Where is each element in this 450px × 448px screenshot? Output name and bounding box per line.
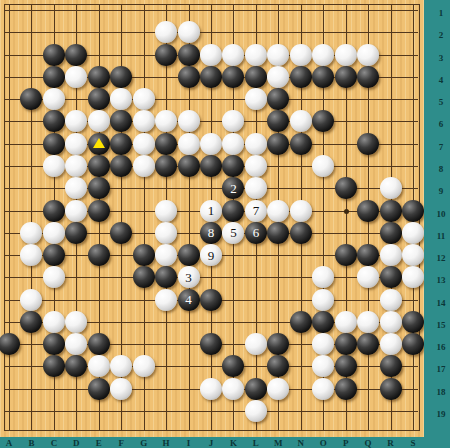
column-coordinates-strip: ABCDEFGHIJKLMNOPQRS bbox=[0, 437, 450, 448]
stone-black bbox=[110, 222, 132, 244]
row-label: 9 bbox=[439, 187, 444, 196]
stone-white bbox=[110, 355, 132, 377]
stone-white bbox=[155, 244, 177, 266]
grid-hline bbox=[5, 32, 418, 33]
col-label: Q bbox=[365, 439, 372, 448]
stone-white: 1 bbox=[200, 200, 222, 222]
stone-white bbox=[110, 88, 132, 110]
stone-white bbox=[133, 155, 155, 177]
move-number-label: 7 bbox=[253, 204, 260, 217]
stone-black bbox=[222, 155, 244, 177]
stone-black bbox=[312, 311, 334, 333]
stone-black bbox=[200, 289, 222, 311]
move-number-label: 2 bbox=[230, 182, 237, 195]
stone-white bbox=[200, 378, 222, 400]
stone-black bbox=[245, 378, 267, 400]
col-label: B bbox=[28, 439, 34, 448]
row-label: 17 bbox=[437, 365, 446, 374]
move-number-label: 8 bbox=[208, 226, 215, 239]
stone-white bbox=[312, 155, 334, 177]
stone-white: 9 bbox=[200, 244, 222, 266]
stone-black bbox=[335, 333, 357, 355]
row-label: 7 bbox=[439, 142, 444, 151]
stone-white bbox=[380, 333, 402, 355]
stone-black bbox=[380, 378, 402, 400]
stone-black bbox=[43, 44, 65, 66]
stone-black bbox=[65, 355, 87, 377]
stone-white bbox=[312, 333, 334, 355]
col-label: I bbox=[187, 439, 191, 448]
stone-white bbox=[20, 222, 42, 244]
stone-black bbox=[65, 44, 87, 66]
stone-white bbox=[335, 311, 357, 333]
stone-black bbox=[357, 66, 379, 88]
stone-white bbox=[20, 244, 42, 266]
stone-white bbox=[312, 289, 334, 311]
row-label: 12 bbox=[437, 254, 446, 263]
stone-black bbox=[222, 66, 244, 88]
stone-black bbox=[380, 222, 402, 244]
stone-black bbox=[267, 333, 289, 355]
stone-white bbox=[43, 311, 65, 333]
stone-white bbox=[43, 222, 65, 244]
stone-white bbox=[200, 44, 222, 66]
stone-black bbox=[88, 333, 110, 355]
stone-black bbox=[155, 44, 177, 66]
stone-black bbox=[380, 355, 402, 377]
row-label: 2 bbox=[439, 31, 444, 40]
triangle-marker-icon bbox=[93, 138, 105, 148]
stone-white bbox=[380, 244, 402, 266]
stone-black bbox=[335, 378, 357, 400]
stone-black bbox=[43, 133, 65, 155]
go-board[interactable]: 217856934 bbox=[0, 0, 424, 437]
stone-black bbox=[133, 266, 155, 288]
stone-white bbox=[43, 266, 65, 288]
move-number-label: 5 bbox=[230, 226, 237, 239]
row-label: 4 bbox=[439, 75, 444, 84]
stone-black bbox=[335, 177, 357, 199]
stone-black bbox=[335, 244, 357, 266]
row-label: 19 bbox=[437, 410, 446, 419]
stone-white bbox=[178, 133, 200, 155]
stone-white bbox=[178, 21, 200, 43]
stone-white bbox=[312, 355, 334, 377]
stone-white bbox=[65, 333, 87, 355]
row-coordinates-strip: 12345678910111213141516171819 bbox=[424, 0, 450, 448]
col-label: R bbox=[387, 439, 394, 448]
stone-white: 7 bbox=[245, 200, 267, 222]
stone-black bbox=[178, 244, 200, 266]
stone-black bbox=[290, 222, 312, 244]
stone-black bbox=[402, 333, 424, 355]
grid-hline bbox=[5, 277, 418, 278]
stone-white bbox=[402, 266, 424, 288]
stone-white bbox=[65, 311, 87, 333]
stone-black bbox=[110, 133, 132, 155]
stone-white bbox=[222, 133, 244, 155]
stone-white: 5 bbox=[222, 222, 244, 244]
stone-white bbox=[380, 289, 402, 311]
stone-black: 8 bbox=[200, 222, 222, 244]
move-number-label: 9 bbox=[208, 249, 215, 262]
stone-black bbox=[290, 133, 312, 155]
row-label: 6 bbox=[439, 120, 444, 129]
stone-black bbox=[110, 110, 132, 132]
grid-hline bbox=[5, 99, 418, 100]
stone-white bbox=[222, 378, 244, 400]
row-label: 14 bbox=[437, 298, 446, 307]
stone-white bbox=[133, 355, 155, 377]
stone-black bbox=[402, 200, 424, 222]
stone-white bbox=[245, 88, 267, 110]
stone-white bbox=[245, 333, 267, 355]
stone-black bbox=[155, 155, 177, 177]
stone-white bbox=[133, 88, 155, 110]
stone-black bbox=[178, 44, 200, 66]
stone-black bbox=[88, 200, 110, 222]
stone-black bbox=[267, 88, 289, 110]
stone-white bbox=[380, 311, 402, 333]
stone-white bbox=[402, 244, 424, 266]
stone-white bbox=[267, 200, 289, 222]
grid-hline bbox=[5, 10, 418, 11]
stone-white bbox=[43, 155, 65, 177]
move-number-label: 6 bbox=[253, 226, 260, 239]
stone-black bbox=[88, 155, 110, 177]
stone-black bbox=[357, 200, 379, 222]
stone-white bbox=[155, 110, 177, 132]
stone-black bbox=[312, 110, 334, 132]
stone-black bbox=[200, 155, 222, 177]
stone-black bbox=[357, 333, 379, 355]
star-point bbox=[344, 209, 349, 214]
stone-black bbox=[335, 66, 357, 88]
stone-white bbox=[245, 177, 267, 199]
col-label: S bbox=[410, 439, 415, 448]
row-label: 1 bbox=[439, 9, 444, 18]
stone-white bbox=[267, 378, 289, 400]
stone-black bbox=[43, 355, 65, 377]
stone-white bbox=[133, 133, 155, 155]
stone-white bbox=[357, 266, 379, 288]
stone-white bbox=[222, 110, 244, 132]
stone-black: 4 bbox=[178, 289, 200, 311]
stone-white bbox=[312, 378, 334, 400]
stone-black bbox=[357, 244, 379, 266]
row-label: 10 bbox=[437, 209, 446, 218]
row-label: 13 bbox=[437, 276, 446, 285]
stone-white bbox=[402, 222, 424, 244]
stone-white bbox=[65, 200, 87, 222]
stone-black bbox=[20, 88, 42, 110]
col-label: D bbox=[73, 439, 80, 448]
stone-white bbox=[155, 200, 177, 222]
stone-white bbox=[110, 378, 132, 400]
move-number-label: 4 bbox=[185, 293, 192, 306]
stone-white bbox=[65, 66, 87, 88]
row-label: 8 bbox=[439, 164, 444, 173]
col-label: C bbox=[51, 439, 58, 448]
stone-white bbox=[290, 110, 312, 132]
row-label: 11 bbox=[437, 231, 446, 240]
stone-black bbox=[88, 378, 110, 400]
col-label: L bbox=[253, 439, 259, 448]
stone-black: 6 bbox=[245, 222, 267, 244]
col-label: P bbox=[343, 439, 349, 448]
stone-black bbox=[290, 311, 312, 333]
stone-white bbox=[178, 110, 200, 132]
col-label: E bbox=[96, 439, 102, 448]
col-label: K bbox=[230, 439, 237, 448]
stone-black bbox=[402, 311, 424, 333]
stone-white bbox=[290, 44, 312, 66]
stone-white bbox=[357, 311, 379, 333]
stone-black bbox=[43, 66, 65, 88]
stone-black bbox=[200, 333, 222, 355]
stone-white bbox=[267, 44, 289, 66]
row-label: 15 bbox=[437, 320, 446, 329]
stone-white bbox=[222, 44, 244, 66]
stone-black bbox=[110, 155, 132, 177]
stone-white bbox=[155, 289, 177, 311]
stone-black bbox=[110, 66, 132, 88]
stone-white bbox=[312, 266, 334, 288]
stone-black bbox=[335, 355, 357, 377]
stone-black bbox=[245, 66, 267, 88]
stone-black bbox=[178, 66, 200, 88]
stone-black bbox=[20, 311, 42, 333]
col-label: H bbox=[163, 439, 170, 448]
go-app-screen: 217856934 12345678910111213141516171819 … bbox=[0, 0, 450, 448]
col-label: F bbox=[118, 439, 124, 448]
col-label: M bbox=[274, 439, 283, 448]
stone-black bbox=[178, 155, 200, 177]
stone-white bbox=[380, 177, 402, 199]
stone-black bbox=[43, 110, 65, 132]
stone-white bbox=[20, 289, 42, 311]
stone-white bbox=[245, 155, 267, 177]
stone-white bbox=[133, 110, 155, 132]
stone-black bbox=[267, 355, 289, 377]
stone-black bbox=[200, 66, 222, 88]
stone-black bbox=[267, 133, 289, 155]
col-label: A bbox=[6, 439, 13, 448]
stone-black bbox=[88, 133, 110, 155]
row-label: 5 bbox=[439, 98, 444, 107]
stone-black bbox=[267, 110, 289, 132]
stone-white bbox=[335, 44, 357, 66]
stone-white bbox=[65, 110, 87, 132]
stone-white bbox=[245, 44, 267, 66]
stone-black bbox=[380, 200, 402, 222]
stone-white bbox=[88, 355, 110, 377]
stone-black bbox=[267, 222, 289, 244]
move-number-label: 3 bbox=[185, 271, 192, 284]
stone-white bbox=[155, 21, 177, 43]
stone-white: 3 bbox=[178, 266, 200, 288]
stone-black bbox=[312, 66, 334, 88]
stone-white bbox=[65, 133, 87, 155]
row-label: 18 bbox=[437, 387, 446, 396]
grid-hline bbox=[5, 411, 418, 412]
row-label: 16 bbox=[437, 343, 446, 352]
stone-white bbox=[88, 110, 110, 132]
stone-black bbox=[88, 66, 110, 88]
stone-black bbox=[88, 177, 110, 199]
stone-white bbox=[155, 222, 177, 244]
col-label: G bbox=[140, 439, 147, 448]
stone-white bbox=[200, 133, 222, 155]
stone-black bbox=[155, 133, 177, 155]
col-label: J bbox=[209, 439, 214, 448]
stone-white bbox=[245, 133, 267, 155]
stone-white bbox=[267, 66, 289, 88]
stone-black bbox=[88, 244, 110, 266]
stone-white bbox=[65, 155, 87, 177]
stone-white bbox=[245, 400, 267, 422]
stone-black bbox=[290, 66, 312, 88]
stone-black bbox=[88, 88, 110, 110]
stone-white bbox=[312, 44, 334, 66]
stone-black bbox=[222, 355, 244, 377]
stone-black: 2 bbox=[222, 177, 244, 199]
stone-black bbox=[43, 244, 65, 266]
move-number-label: 1 bbox=[208, 204, 215, 217]
stone-black bbox=[65, 222, 87, 244]
stone-white bbox=[65, 177, 87, 199]
col-label: O bbox=[320, 439, 327, 448]
stone-black bbox=[222, 200, 244, 222]
stone-black bbox=[43, 200, 65, 222]
stone-black bbox=[155, 266, 177, 288]
stone-white bbox=[357, 44, 379, 66]
stone-black bbox=[380, 266, 402, 288]
stone-white bbox=[290, 200, 312, 222]
stone-black bbox=[43, 333, 65, 355]
stone-black bbox=[133, 244, 155, 266]
row-label: 3 bbox=[439, 53, 444, 62]
stone-white bbox=[43, 88, 65, 110]
col-label: N bbox=[298, 439, 305, 448]
stone-black bbox=[357, 133, 379, 155]
